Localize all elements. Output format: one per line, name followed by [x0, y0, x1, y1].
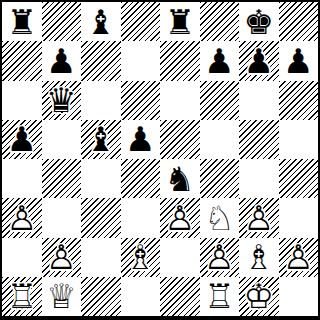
square-c7[interactable]	[81, 41, 121, 80]
square-h7[interactable]: ♟	[279, 41, 319, 80]
black-pawn-glyph: ♟	[42, 41, 82, 80]
square-c3[interactable]	[81, 198, 121, 237]
square-f2[interactable]: ♟♙	[200, 238, 240, 277]
square-e3[interactable]: ♟♙	[160, 198, 200, 237]
white-king-outline: ♔	[239, 277, 279, 316]
black-pawn-d5[interactable]: ♟	[121, 120, 161, 159]
square-d1[interactable]	[121, 277, 161, 316]
black-bishop-glyph: ♝	[81, 2, 121, 41]
square-g2[interactable]: ♝♗	[239, 238, 279, 277]
square-a7[interactable]	[2, 41, 42, 80]
square-b3[interactable]	[42, 198, 82, 237]
black-rook-a8[interactable]: ♜	[2, 2, 42, 41]
black-pawn-f7[interactable]: ♟	[200, 41, 240, 80]
chess-board-grid: ♜♝♜♚♟♟♟♟♛♟♝♟♞♟♙♟♙♞♘♟♙♟♙♝♗♟♙♝♗♟♙♜♖♛♕♜♖♚♔	[2, 2, 318, 316]
square-a2[interactable]	[2, 238, 42, 277]
square-b5[interactable]	[42, 120, 82, 159]
square-c6[interactable]	[81, 81, 121, 120]
black-pawn-glyph: ♟	[200, 41, 240, 80]
square-f4[interactable]	[200, 159, 240, 198]
square-a1[interactable]: ♜♖	[2, 277, 42, 316]
white-bishop-g2[interactable]: ♝♗	[239, 238, 279, 277]
black-bishop-c8[interactable]: ♝	[81, 2, 121, 41]
square-f7[interactable]: ♟	[200, 41, 240, 80]
white-rook-a1[interactable]: ♜♖	[2, 277, 42, 316]
white-pawn-outline: ♙	[42, 238, 82, 277]
black-pawn-glyph: ♟	[279, 41, 319, 80]
square-a8[interactable]: ♜	[2, 2, 42, 41]
white-pawn-outline: ♙	[200, 238, 240, 277]
square-e6[interactable]	[160, 81, 200, 120]
black-pawn-h7[interactable]: ♟	[279, 41, 319, 80]
square-g3[interactable]: ♟♙	[239, 198, 279, 237]
black-rook-e8[interactable]: ♜	[160, 2, 200, 41]
square-a5[interactable]: ♟	[2, 120, 42, 159]
white-rook-outline: ♖	[200, 277, 240, 316]
square-a3[interactable]: ♟♙	[2, 198, 42, 237]
black-king-g8[interactable]: ♚	[239, 2, 279, 41]
square-d8[interactable]	[121, 2, 161, 41]
square-g8[interactable]: ♚	[239, 2, 279, 41]
black-knight-glyph: ♞	[160, 159, 200, 198]
white-rook-f1[interactable]: ♜♖	[200, 277, 240, 316]
white-rook-outline: ♖	[2, 277, 42, 316]
white-pawn-b2[interactable]: ♟♙	[42, 238, 82, 277]
white-bishop-d2[interactable]: ♝♗	[121, 238, 161, 277]
square-e1[interactable]	[160, 277, 200, 316]
black-pawn-glyph: ♟	[239, 41, 279, 80]
white-knight-f3[interactable]: ♞♘	[200, 198, 240, 237]
square-d2[interactable]: ♝♗	[121, 238, 161, 277]
white-king-g1[interactable]: ♚♔	[239, 277, 279, 316]
square-h5[interactable]	[279, 120, 319, 159]
square-c4[interactable]	[81, 159, 121, 198]
black-pawn-glyph: ♟	[2, 120, 42, 159]
white-pawn-outline: ♙	[239, 198, 279, 237]
black-rook-glyph: ♜	[160, 2, 200, 41]
square-h8[interactable]	[279, 2, 319, 41]
black-rook-glyph: ♜	[2, 2, 42, 41]
square-e7[interactable]	[160, 41, 200, 80]
square-e5[interactable]	[160, 120, 200, 159]
white-pawn-f2[interactable]: ♟♙	[200, 238, 240, 277]
square-h1[interactable]	[279, 277, 319, 316]
square-c8[interactable]: ♝	[81, 2, 121, 41]
square-b2[interactable]: ♟♙	[42, 238, 82, 277]
chess-board: ♜♝♜♚♟♟♟♟♛♟♝♟♞♟♙♟♙♞♘♟♙♟♙♝♗♟♙♝♗♟♙♜♖♛♕♜♖♚♔	[0, 0, 320, 320]
black-queen-b6[interactable]: ♛	[42, 81, 82, 120]
black-pawn-a5[interactable]: ♟	[2, 120, 42, 159]
square-d3[interactable]	[121, 198, 161, 237]
white-pawn-a3[interactable]: ♟♙	[2, 198, 42, 237]
black-queen-glyph: ♛	[42, 81, 82, 120]
square-b6[interactable]: ♛	[42, 81, 82, 120]
square-f1[interactable]: ♜♖	[200, 277, 240, 316]
square-b4[interactable]	[42, 159, 82, 198]
square-h3[interactable]	[279, 198, 319, 237]
black-pawn-b7[interactable]: ♟	[42, 41, 82, 80]
black-bishop-c5[interactable]: ♝	[81, 120, 121, 159]
square-a6[interactable]	[2, 81, 42, 120]
square-f8[interactable]	[200, 2, 240, 41]
white-pawn-g3[interactable]: ♟♙	[239, 198, 279, 237]
square-h2[interactable]: ♟♙	[279, 238, 319, 277]
black-knight-e4[interactable]: ♞	[160, 159, 200, 198]
square-h4[interactable]	[279, 159, 319, 198]
black-bishop-glyph: ♝	[81, 120, 121, 159]
square-e8[interactable]: ♜	[160, 2, 200, 41]
square-f5[interactable]	[200, 120, 240, 159]
square-g1[interactable]: ♚♔	[239, 277, 279, 316]
white-pawn-outline: ♙	[2, 198, 42, 237]
black-pawn-g7[interactable]: ♟	[239, 41, 279, 80]
square-d7[interactable]	[121, 41, 161, 80]
square-g5[interactable]	[239, 120, 279, 159]
white-queen-b1[interactable]: ♛♕	[42, 277, 82, 316]
square-a4[interactable]	[2, 159, 42, 198]
square-g4[interactable]	[239, 159, 279, 198]
white-bishop-outline: ♗	[121, 238, 161, 277]
white-pawn-e3[interactable]: ♟♙	[160, 198, 200, 237]
square-h6[interactable]	[279, 81, 319, 120]
square-c2[interactable]	[81, 238, 121, 277]
square-d6[interactable]	[121, 81, 161, 120]
square-b8[interactable]	[42, 2, 82, 41]
square-g6[interactable]	[239, 81, 279, 120]
square-d5[interactable]: ♟	[121, 120, 161, 159]
square-f6[interactable]	[200, 81, 240, 120]
square-d4[interactable]	[121, 159, 161, 198]
white-knight-outline: ♘	[200, 198, 240, 237]
square-c5[interactable]: ♝	[81, 120, 121, 159]
black-pawn-glyph: ♟	[121, 120, 161, 159]
square-b1[interactable]: ♛♕	[42, 277, 82, 316]
white-pawn-outline: ♙	[160, 198, 200, 237]
white-pawn-outline: ♙	[279, 238, 319, 277]
square-e2[interactable]	[160, 238, 200, 277]
white-bishop-outline: ♗	[239, 238, 279, 277]
square-c1[interactable]	[81, 277, 121, 316]
square-e4[interactable]: ♞	[160, 159, 200, 198]
square-b7[interactable]: ♟	[42, 41, 82, 80]
white-queen-outline: ♕	[42, 277, 82, 316]
square-f3[interactable]: ♞♘	[200, 198, 240, 237]
black-king-glyph: ♚	[239, 2, 279, 41]
square-g7[interactable]: ♟	[239, 41, 279, 80]
white-pawn-h2[interactable]: ♟♙	[279, 238, 319, 277]
